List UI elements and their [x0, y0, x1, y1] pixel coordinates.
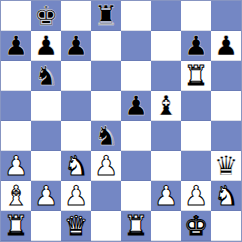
piece-black-bishop[interactable]: ♝	[154, 91, 178, 121]
piece-white-pawn[interactable]: ♟	[184, 181, 208, 211]
square-d5[interactable]	[91, 91, 121, 121]
square-d6[interactable]	[91, 61, 121, 91]
square-e6[interactable]	[121, 61, 151, 91]
square-c4[interactable]	[61, 121, 91, 151]
piece-white-king[interactable]: ♚	[184, 211, 208, 241]
square-a8[interactable]	[1, 1, 31, 31]
piece-white-pawn[interactable]: ♟	[4, 151, 28, 181]
piece-black-pawn[interactable]: ♟	[214, 31, 238, 61]
square-e3[interactable]	[121, 151, 151, 181]
square-h3[interactable]: ♛	[211, 151, 241, 181]
square-a3[interactable]: ♟	[1, 151, 31, 181]
piece-white-pawn[interactable]: ♟	[154, 181, 178, 211]
square-b1[interactable]	[31, 211, 61, 241]
square-e7[interactable]	[121, 31, 151, 61]
square-h8[interactable]	[211, 1, 241, 31]
square-f1[interactable]	[151, 211, 181, 241]
piece-white-rook[interactable]: ♜	[124, 211, 148, 241]
piece-white-rook[interactable]: ♜	[4, 211, 28, 241]
square-g5[interactable]	[181, 91, 211, 121]
square-b3[interactable]	[31, 151, 61, 181]
square-g8[interactable]	[181, 1, 211, 31]
piece-white-knight[interactable]: ♞	[214, 181, 238, 211]
square-d3[interactable]: ♟	[91, 151, 121, 181]
square-b2[interactable]: ♟	[31, 181, 61, 211]
square-e2[interactable]	[121, 181, 151, 211]
square-c5[interactable]	[61, 91, 91, 121]
square-h6[interactable]	[211, 61, 241, 91]
square-c7[interactable]: ♟	[61, 31, 91, 61]
square-d2[interactable]	[91, 181, 121, 211]
square-g7[interactable]: ♟	[181, 31, 211, 61]
square-g1[interactable]: ♚	[181, 211, 211, 241]
piece-black-rook[interactable]: ♜	[94, 1, 118, 31]
square-c6[interactable]	[61, 61, 91, 91]
piece-black-king[interactable]: ♚	[34, 1, 58, 31]
square-f7[interactable]	[151, 31, 181, 61]
piece-black-pawn[interactable]: ♟	[184, 31, 208, 61]
square-e5[interactable]: ♟	[121, 91, 151, 121]
piece-white-rook[interactable]: ♜	[184, 61, 208, 91]
square-h5[interactable]	[211, 91, 241, 121]
square-h1[interactable]	[211, 211, 241, 241]
square-a4[interactable]	[1, 121, 31, 151]
piece-white-knight[interactable]: ♞	[64, 151, 88, 181]
square-d4[interactable]: ♞	[91, 121, 121, 151]
square-b7[interactable]: ♟	[31, 31, 61, 61]
square-f2[interactable]: ♟	[151, 181, 181, 211]
square-h4[interactable]	[211, 121, 241, 151]
square-d8[interactable]: ♜	[91, 1, 121, 31]
square-c2[interactable]: ♟	[61, 181, 91, 211]
piece-black-pawn[interactable]: ♟	[34, 31, 58, 61]
piece-black-knight[interactable]: ♞	[94, 121, 118, 151]
piece-black-knight[interactable]: ♞	[34, 61, 58, 91]
piece-black-pawn[interactable]: ♟	[4, 31, 28, 61]
square-b6[interactable]: ♞	[31, 61, 61, 91]
piece-black-pawn[interactable]: ♟	[64, 31, 88, 61]
square-b4[interactable]	[31, 121, 61, 151]
square-f8[interactable]	[151, 1, 181, 31]
piece-white-pawn[interactable]: ♟	[94, 151, 118, 181]
square-a6[interactable]	[1, 61, 31, 91]
piece-white-queen[interactable]: ♛	[64, 211, 88, 241]
square-c8[interactable]	[61, 1, 91, 31]
piece-black-pawn[interactable]: ♟	[124, 91, 148, 121]
square-a5[interactable]	[1, 91, 31, 121]
square-d7[interactable]	[91, 31, 121, 61]
square-g4[interactable]	[181, 121, 211, 151]
square-c3[interactable]: ♞	[61, 151, 91, 181]
square-b8[interactable]: ♚	[31, 1, 61, 31]
square-f4[interactable]	[151, 121, 181, 151]
square-e4[interactable]	[121, 121, 151, 151]
square-h7[interactable]: ♟	[211, 31, 241, 61]
piece-white-pawn[interactable]: ♟	[34, 181, 58, 211]
square-b5[interactable]	[31, 91, 61, 121]
square-c1[interactable]: ♛	[61, 211, 91, 241]
square-g3[interactable]	[181, 151, 211, 181]
square-a2[interactable]: ♝	[1, 181, 31, 211]
square-e1[interactable]: ♜	[121, 211, 151, 241]
square-a1[interactable]: ♜	[1, 211, 31, 241]
chess-board: ♚♜♟♟♟♟♟♞♜♟♝♞♟♞♟♛♝♟♟♟♟♞♜♛♜♚	[0, 0, 242, 242]
square-e8[interactable]	[121, 1, 151, 31]
square-g2[interactable]: ♟	[181, 181, 211, 211]
piece-white-bishop[interactable]: ♝	[4, 181, 28, 211]
square-h2[interactable]: ♞	[211, 181, 241, 211]
square-a7[interactable]: ♟	[1, 31, 31, 61]
square-f5[interactable]: ♝	[151, 91, 181, 121]
piece-black-queen[interactable]: ♛	[214, 151, 238, 181]
piece-white-pawn[interactable]: ♟	[64, 181, 88, 211]
square-d1[interactable]	[91, 211, 121, 241]
square-g6[interactable]: ♜	[181, 61, 211, 91]
square-f6[interactable]	[151, 61, 181, 91]
square-f3[interactable]	[151, 151, 181, 181]
